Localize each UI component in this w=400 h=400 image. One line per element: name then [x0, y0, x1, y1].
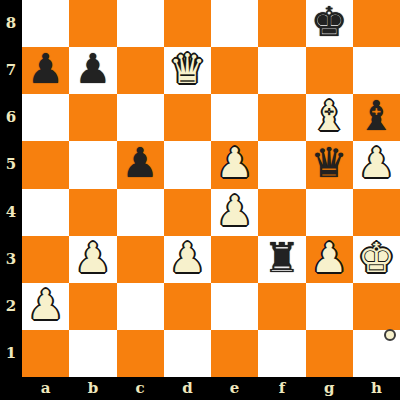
square-a7[interactable]: ♟ [22, 47, 69, 94]
square-a5[interactable] [22, 141, 69, 188]
piece-white-pawn[interactable]: ♟ [358, 143, 395, 184]
square-e3[interactable] [211, 236, 258, 283]
square-d6[interactable] [164, 94, 211, 141]
file-label-g: g [306, 377, 353, 400]
square-c5[interactable]: ♟ [117, 141, 164, 188]
file-label-d: d [164, 377, 211, 400]
white-to-move-indicator [384, 329, 396, 341]
square-e1[interactable] [211, 330, 258, 377]
square-c2[interactable] [117, 283, 164, 330]
square-f7[interactable] [258, 47, 305, 94]
piece-black-king[interactable]: ♚ [311, 2, 348, 43]
square-c8[interactable] [117, 0, 164, 47]
square-b3[interactable]: ♟ [69, 236, 116, 283]
square-h2[interactable] [353, 283, 400, 330]
square-f3[interactable]: ♜ [258, 236, 305, 283]
square-h3[interactable]: ♚ [353, 236, 400, 283]
square-d4[interactable] [164, 189, 211, 236]
square-e7[interactable] [211, 47, 258, 94]
piece-black-pawn[interactable]: ♟ [122, 143, 159, 184]
square-a8[interactable] [22, 0, 69, 47]
square-d7[interactable]: ♛ [164, 47, 211, 94]
square-h5[interactable]: ♟ [353, 141, 400, 188]
square-e6[interactable] [211, 94, 258, 141]
square-d5[interactable] [164, 141, 211, 188]
square-h6[interactable]: ♝ [353, 94, 400, 141]
rank-label-4: 4 [0, 189, 22, 236]
square-f6[interactable] [258, 94, 305, 141]
square-b4[interactable] [69, 189, 116, 236]
piece-white-pawn[interactable]: ♟ [27, 285, 64, 326]
square-h7[interactable] [353, 47, 400, 94]
rank-label-1: 1 [0, 330, 22, 377]
square-g5[interactable]: ♛ [306, 141, 353, 188]
rank-label-8: 8 [0, 0, 22, 47]
square-f5[interactable] [258, 141, 305, 188]
square-g1[interactable] [306, 330, 353, 377]
file-label-a: a [22, 377, 69, 400]
square-e2[interactable] [211, 283, 258, 330]
square-b5[interactable] [69, 141, 116, 188]
square-d8[interactable] [164, 0, 211, 47]
square-f2[interactable] [258, 283, 305, 330]
square-a6[interactable] [22, 94, 69, 141]
piece-white-king[interactable]: ♚ [358, 238, 395, 279]
square-b6[interactable] [69, 94, 116, 141]
square-h8[interactable] [353, 0, 400, 47]
square-e8[interactable] [211, 0, 258, 47]
file-labels: abcdefgh [22, 377, 400, 400]
piece-white-pawn[interactable]: ♟ [74, 238, 111, 279]
square-a3[interactable] [22, 236, 69, 283]
square-a2[interactable]: ♟ [22, 283, 69, 330]
square-h4[interactable] [353, 189, 400, 236]
square-d3[interactable]: ♟ [164, 236, 211, 283]
rank-label-6: 6 [0, 94, 22, 141]
square-b2[interactable] [69, 283, 116, 330]
rank-label-2: 2 [0, 283, 22, 330]
square-g2[interactable] [306, 283, 353, 330]
square-f8[interactable] [258, 0, 305, 47]
square-g7[interactable] [306, 47, 353, 94]
piece-black-queen[interactable]: ♛ [311, 143, 348, 184]
square-g6[interactable]: ♝ [306, 94, 353, 141]
square-d2[interactable] [164, 283, 211, 330]
piece-black-pawn[interactable]: ♟ [27, 49, 64, 90]
piece-black-bishop[interactable]: ♝ [358, 96, 395, 137]
rank-labels: 87654321 [0, 0, 22, 377]
square-c3[interactable] [117, 236, 164, 283]
square-b1[interactable] [69, 330, 116, 377]
square-c7[interactable] [117, 47, 164, 94]
file-label-f: f [258, 377, 305, 400]
file-label-c: c [117, 377, 164, 400]
chess-diagram: 87654321 ♚♟♟♛♝♝♟♟♛♟♟♟♟♜♟♚♟ abcdefgh [0, 0, 400, 400]
square-b8[interactable] [69, 0, 116, 47]
square-b7[interactable]: ♟ [69, 47, 116, 94]
square-c4[interactable] [117, 189, 164, 236]
square-c1[interactable] [117, 330, 164, 377]
square-g8[interactable]: ♚ [306, 0, 353, 47]
square-c6[interactable] [117, 94, 164, 141]
piece-white-pawn[interactable]: ♟ [311, 238, 348, 279]
square-e4[interactable]: ♟ [211, 189, 258, 236]
square-f1[interactable] [258, 330, 305, 377]
file-label-b: b [69, 377, 116, 400]
rank-label-5: 5 [0, 141, 22, 188]
rank-label-7: 7 [0, 47, 22, 94]
square-e5[interactable]: ♟ [211, 141, 258, 188]
chess-board[interactable]: ♚♟♟♛♝♝♟♟♛♟♟♟♟♜♟♚♟ [22, 0, 400, 377]
square-a1[interactable] [22, 330, 69, 377]
piece-white-pawn[interactable]: ♟ [216, 191, 253, 232]
piece-white-bishop[interactable]: ♝ [311, 96, 348, 137]
file-label-e: e [211, 377, 258, 400]
square-d1[interactable] [164, 330, 211, 377]
square-f4[interactable] [258, 189, 305, 236]
square-a4[interactable] [22, 189, 69, 236]
piece-white-pawn[interactable]: ♟ [169, 238, 206, 279]
square-g3[interactable]: ♟ [306, 236, 353, 283]
piece-white-pawn[interactable]: ♟ [216, 143, 253, 184]
piece-black-pawn[interactable]: ♟ [74, 49, 111, 90]
square-g4[interactable] [306, 189, 353, 236]
piece-white-queen[interactable]: ♛ [169, 49, 206, 90]
file-label-h: h [353, 377, 400, 400]
rank-label-3: 3 [0, 236, 22, 283]
piece-black-rook[interactable]: ♜ [263, 238, 300, 279]
